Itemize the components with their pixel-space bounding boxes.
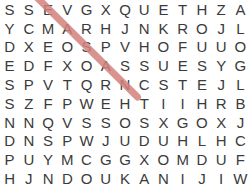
grid-cell[interactable]: H xyxy=(192,0,211,19)
grid-cell[interactable]: O xyxy=(154,38,173,57)
grid-cell[interactable]: I xyxy=(173,169,192,188)
grid-cell[interactable]: S xyxy=(0,0,19,19)
word-search-board: SSEVGXQUETHZAYCMARHJNKROJLDXEOSPVHOFUUOE… xyxy=(0,0,250,188)
grid-cell[interactable]: H xyxy=(173,132,192,151)
grid-cell[interactable]: H xyxy=(192,94,211,113)
grid-cell[interactable]: X xyxy=(135,150,154,169)
grid-cell[interactable]: L xyxy=(192,132,211,151)
grid-cell[interactable]: D xyxy=(0,38,19,57)
grid-cell[interactable]: O xyxy=(231,38,250,57)
grid-cell[interactable]: A xyxy=(231,0,250,19)
grid-cell[interactable]: V xyxy=(38,75,57,94)
grid-cell[interactable]: H xyxy=(212,132,231,151)
grid-cell[interactable]: V xyxy=(115,38,134,57)
grid-cell[interactable]: C xyxy=(77,150,96,169)
grid-cell[interactable]: O xyxy=(154,150,173,169)
grid-cell[interactable]: J xyxy=(212,75,231,94)
grid-cell[interactable]: D xyxy=(135,132,154,151)
grid-cell[interactable]: G xyxy=(173,113,192,132)
grid-cell[interactable]: Z xyxy=(19,94,38,113)
grid-cell[interactable]: O xyxy=(77,56,96,75)
grid-cell[interactable]: P xyxy=(58,94,77,113)
grid-cell[interactable]: L xyxy=(231,75,250,94)
grid-cell[interactable]: Q xyxy=(38,113,57,132)
letter-grid: SSEVGXQUETHZAYCMARHJNKROJLDXEOSPVHOFUUOE… xyxy=(0,0,250,188)
grid-cell[interactable]: C xyxy=(19,19,38,38)
grid-cell[interactable]: T xyxy=(135,94,154,113)
grid-cell[interactable]: D xyxy=(192,150,211,169)
grid-cell[interactable]: M xyxy=(38,19,57,38)
grid-cell[interactable]: T xyxy=(173,0,192,19)
grid-cell[interactable]: E xyxy=(38,38,57,57)
grid-cell[interactable]: A xyxy=(135,169,154,188)
grid-cell[interactable]: S xyxy=(192,56,211,75)
grid-cell[interactable]: C xyxy=(135,75,154,94)
grid-cell[interactable]: H xyxy=(96,19,115,38)
grid-cell[interactable]: T xyxy=(58,75,77,94)
grid-cell[interactable]: M xyxy=(173,150,192,169)
grid-cell[interactable]: R xyxy=(96,75,115,94)
grid-cell[interactable]: P xyxy=(96,38,115,57)
grid-cell[interactable]: N xyxy=(0,113,19,132)
grid-cell[interactable]: S xyxy=(96,113,115,132)
grid-cell[interactable]: J xyxy=(192,169,211,188)
grid-cell[interactable]: K xyxy=(154,19,173,38)
grid-cell[interactable]: S xyxy=(38,132,57,151)
grid-cell[interactable]: F xyxy=(173,38,192,57)
grid-cell[interactable]: E xyxy=(154,0,173,19)
grid-cell[interactable]: F xyxy=(231,150,250,169)
grid-cell[interactable]: J xyxy=(96,132,115,151)
grid-cell[interactable]: X xyxy=(19,38,38,57)
grid-cell[interactable]: S xyxy=(135,56,154,75)
grid-cell[interactable]: U xyxy=(192,38,211,57)
grid-cell[interactable]: Y xyxy=(212,56,231,75)
grid-cell[interactable]: K xyxy=(115,169,134,188)
grid-cell[interactable]: S xyxy=(19,0,38,19)
grid-cell[interactable]: V xyxy=(58,0,77,19)
grid-cell[interactable]: N xyxy=(135,19,154,38)
grid-cell[interactable]: N xyxy=(154,169,173,188)
grid-cell[interactable]: O xyxy=(58,38,77,57)
grid-cell[interactable]: U xyxy=(212,150,231,169)
grid-cell[interactable]: G xyxy=(115,150,134,169)
grid-cell[interactable]: Q xyxy=(115,0,134,19)
grid-cell[interactable]: X xyxy=(96,0,115,19)
grid-cell[interactable]: H xyxy=(135,38,154,57)
grid-cell[interactable]: N xyxy=(19,132,38,151)
grid-cell[interactable]: F xyxy=(38,94,57,113)
grid-cell[interactable]: Z xyxy=(212,0,231,19)
grid-cell[interactable]: S xyxy=(77,38,96,57)
grid-cell[interactable]: S xyxy=(135,113,154,132)
grid-cell[interactable]: C xyxy=(231,132,250,151)
grid-cell[interactable]: G xyxy=(96,150,115,169)
grid-cell[interactable]: U xyxy=(135,0,154,19)
grid-cell[interactable]: U xyxy=(96,169,115,188)
grid-cell[interactable]: U xyxy=(154,132,173,151)
grid-cell[interactable]: G xyxy=(77,0,96,19)
grid-cell[interactable]: W xyxy=(231,169,250,188)
grid-cell[interactable]: U xyxy=(19,150,38,169)
grid-cell[interactable]: J xyxy=(115,19,134,38)
grid-cell[interactable]: F xyxy=(38,56,57,75)
grid-cell[interactable]: S xyxy=(0,75,19,94)
grid-cell[interactable]: Y xyxy=(0,19,19,38)
grid-cell[interactable]: Q xyxy=(77,75,96,94)
grid-cell[interactable]: E xyxy=(173,56,192,75)
grid-cell[interactable]: L xyxy=(231,19,250,38)
grid-cell[interactable]: I xyxy=(212,169,231,188)
grid-cell[interactable]: T xyxy=(173,75,192,94)
grid-cell[interactable]: S xyxy=(0,94,19,113)
grid-cell[interactable]: R xyxy=(77,19,96,38)
grid-cell[interactable]: A xyxy=(96,56,115,75)
grid-cell[interactable]: I xyxy=(154,94,173,113)
grid-cell[interactable]: B xyxy=(231,94,250,113)
grid-cell[interactable]: D xyxy=(19,56,38,75)
grid-cell[interactable]: I xyxy=(173,94,192,113)
grid-cell[interactable]: E xyxy=(0,56,19,75)
grid-cell[interactable]: G xyxy=(231,56,250,75)
grid-cell[interactable]: D xyxy=(58,169,77,188)
grid-cell[interactable]: U xyxy=(115,132,134,151)
grid-cell[interactable]: R xyxy=(212,94,231,113)
grid-cell[interactable]: H xyxy=(115,94,134,113)
grid-cell[interactable]: P xyxy=(0,150,19,169)
grid-cell[interactable]: N xyxy=(38,169,57,188)
grid-cell[interactable]: E xyxy=(192,75,211,94)
grid-cell[interactable]: W xyxy=(77,132,96,151)
grid-cell[interactable]: X xyxy=(212,113,231,132)
grid-cell[interactable]: X xyxy=(154,113,173,132)
grid-cell[interactable]: J xyxy=(231,113,250,132)
grid-cell[interactable]: R xyxy=(173,19,192,38)
grid-cell[interactable]: X xyxy=(58,56,77,75)
grid-cell[interactable]: E xyxy=(96,94,115,113)
grid-cell[interactable]: J xyxy=(212,19,231,38)
grid-cell[interactable]: O xyxy=(77,169,96,188)
grid-cell[interactable]: V xyxy=(58,113,77,132)
grid-cell[interactable]: S xyxy=(77,113,96,132)
grid-cell[interactable]: A xyxy=(58,19,77,38)
grid-cell[interactable]: U xyxy=(154,56,173,75)
grid-cell[interactable]: E xyxy=(38,0,57,19)
grid-cell[interactable]: J xyxy=(19,169,38,188)
grid-cell[interactable]: Y xyxy=(38,150,57,169)
grid-cell[interactable]: M xyxy=(58,150,77,169)
grid-cell[interactable]: S xyxy=(154,75,173,94)
grid-cell[interactable]: N xyxy=(19,113,38,132)
grid-cell[interactable]: U xyxy=(212,38,231,57)
grid-cell[interactable]: S xyxy=(115,56,134,75)
grid-cell[interactable]: O xyxy=(115,113,134,132)
grid-cell[interactable]: H xyxy=(0,169,19,188)
grid-cell[interactable]: N xyxy=(115,75,134,94)
grid-cell[interactable]: P xyxy=(58,132,77,151)
grid-cell[interactable]: W xyxy=(77,94,96,113)
grid-cell[interactable]: D xyxy=(0,132,19,151)
grid-cell[interactable]: O xyxy=(192,19,211,38)
grid-cell[interactable]: O xyxy=(192,113,211,132)
grid-cell[interactable]: P xyxy=(19,75,38,94)
